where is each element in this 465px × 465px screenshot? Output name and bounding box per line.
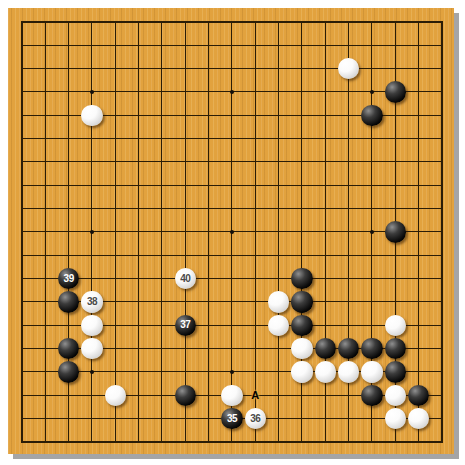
- intersection[interactable]: [384, 57, 407, 80]
- intersection[interactable]: [80, 430, 103, 453]
- intersection[interactable]: [337, 314, 360, 337]
- intersection[interactable]: [337, 220, 360, 243]
- intersection[interactable]: [430, 10, 453, 33]
- intersection[interactable]: [197, 197, 220, 220]
- intersection[interactable]: [127, 34, 150, 57]
- intersection[interactable]: [430, 57, 453, 80]
- intersection[interactable]: [244, 80, 267, 103]
- intersection[interactable]: [337, 384, 360, 407]
- intersection[interactable]: [290, 430, 313, 453]
- stone-white[interactable]: [268, 315, 289, 336]
- intersection[interactable]: [34, 34, 57, 57]
- intersection[interactable]: [337, 174, 360, 197]
- intersection[interactable]: [174, 337, 197, 360]
- intersection[interactable]: [197, 290, 220, 313]
- intersection[interactable]: [430, 104, 453, 127]
- intersection[interactable]: [57, 430, 80, 453]
- intersection[interactable]: [430, 244, 453, 267]
- intersection[interactable]: [314, 10, 337, 33]
- intersection[interactable]: [197, 244, 220, 267]
- intersection[interactable]: [197, 104, 220, 127]
- intersection[interactable]: [220, 104, 243, 127]
- intersection[interactable]: [407, 34, 430, 57]
- intersection[interactable]: [57, 104, 80, 127]
- intersection[interactable]: [57, 174, 80, 197]
- intersection[interactable]: [80, 197, 103, 220]
- intersection[interactable]: [80, 407, 103, 430]
- intersection[interactable]: [384, 290, 407, 313]
- intersection[interactable]: [244, 314, 267, 337]
- intersection[interactable]: [314, 220, 337, 243]
- intersection[interactable]: [104, 104, 127, 127]
- intersection[interactable]: [104, 337, 127, 360]
- intersection[interactable]: [314, 197, 337, 220]
- intersection[interactable]: [430, 430, 453, 453]
- intersection[interactable]: [290, 34, 313, 57]
- stone-white[interactable]: [291, 338, 312, 359]
- intersection[interactable]: [10, 384, 33, 407]
- intersection[interactable]: [34, 104, 57, 127]
- intersection[interactable]: [34, 314, 57, 337]
- intersection[interactable]: [290, 384, 313, 407]
- intersection[interactable]: [430, 290, 453, 313]
- intersection[interactable]: [314, 384, 337, 407]
- intersection[interactable]: [407, 290, 430, 313]
- intersection[interactable]: [337, 150, 360, 173]
- intersection[interactable]: [104, 57, 127, 80]
- intersection[interactable]: [104, 220, 127, 243]
- intersection[interactable]: [10, 104, 33, 127]
- intersection[interactable]: [244, 220, 267, 243]
- intersection[interactable]: [34, 407, 57, 430]
- intersection[interactable]: [337, 34, 360, 57]
- intersection[interactable]: [407, 220, 430, 243]
- stone-white[interactable]: 38: [81, 291, 102, 312]
- intersection[interactable]: [220, 10, 243, 33]
- intersection[interactable]: [57, 197, 80, 220]
- intersection[interactable]: [150, 104, 173, 127]
- intersection[interactable]: [34, 360, 57, 383]
- intersection[interactable]: [360, 407, 383, 430]
- intersection[interactable]: [244, 290, 267, 313]
- intersection[interactable]: [407, 267, 430, 290]
- intersection[interactable]: [384, 127, 407, 150]
- stone-white[interactable]: [385, 385, 406, 406]
- intersection[interactable]: [267, 220, 290, 243]
- intersection[interactable]: [290, 10, 313, 33]
- intersection[interactable]: [267, 337, 290, 360]
- intersection[interactable]: [384, 10, 407, 33]
- stone-white[interactable]: [385, 315, 406, 336]
- intersection[interactable]: [10, 174, 33, 197]
- intersection[interactable]: [430, 34, 453, 57]
- intersection[interactable]: [360, 10, 383, 33]
- intersection[interactable]: [127, 197, 150, 220]
- intersection[interactable]: [244, 360, 267, 383]
- intersection[interactable]: [244, 267, 267, 290]
- intersection[interactable]: [127, 290, 150, 313]
- intersection[interactable]: [34, 127, 57, 150]
- intersection[interactable]: [314, 104, 337, 127]
- intersection[interactable]: [150, 174, 173, 197]
- stone-black[interactable]: [58, 361, 79, 382]
- intersection[interactable]: [150, 34, 173, 57]
- intersection[interactable]: [174, 430, 197, 453]
- intersection[interactable]: [244, 57, 267, 80]
- intersection[interactable]: [267, 360, 290, 383]
- intersection[interactable]: [314, 174, 337, 197]
- intersection[interactable]: [314, 290, 337, 313]
- stone-black[interactable]: [291, 268, 312, 289]
- intersection[interactable]: [430, 267, 453, 290]
- intersection[interactable]: [34, 57, 57, 80]
- intersection[interactable]: [290, 57, 313, 80]
- intersection[interactable]: [104, 430, 127, 453]
- intersection[interactable]: [360, 34, 383, 57]
- intersection[interactable]: [34, 384, 57, 407]
- intersection[interactable]: [197, 337, 220, 360]
- intersection[interactable]: [314, 150, 337, 173]
- intersection[interactable]: [337, 127, 360, 150]
- intersection[interactable]: [407, 174, 430, 197]
- intersection[interactable]: [10, 197, 33, 220]
- intersection[interactable]: [220, 244, 243, 267]
- intersection[interactable]: [337, 407, 360, 430]
- intersection[interactable]: [127, 267, 150, 290]
- stone-black[interactable]: [361, 105, 382, 126]
- intersection[interactable]: [197, 34, 220, 57]
- intersection[interactable]: [127, 10, 150, 33]
- intersection[interactable]: [34, 290, 57, 313]
- intersection[interactable]: [150, 80, 173, 103]
- intersection[interactable]: [150, 267, 173, 290]
- intersection[interactable]: [220, 314, 243, 337]
- intersection[interactable]: [174, 360, 197, 383]
- intersection[interactable]: [337, 290, 360, 313]
- stone-black[interactable]: [385, 361, 406, 382]
- stone-white[interactable]: [81, 338, 102, 359]
- intersection[interactable]: [80, 360, 103, 383]
- intersection[interactable]: [127, 150, 150, 173]
- intersection[interactable]: [314, 80, 337, 103]
- intersection[interactable]: [10, 150, 33, 173]
- intersection[interactable]: [80, 127, 103, 150]
- intersection[interactable]: [360, 290, 383, 313]
- intersection[interactable]: [360, 57, 383, 80]
- intersection[interactable]: [290, 244, 313, 267]
- intersection[interactable]: [244, 337, 267, 360]
- intersection[interactable]: [150, 384, 173, 407]
- intersection[interactable]: [290, 174, 313, 197]
- intersection[interactable]: [360, 220, 383, 243]
- intersection[interactable]: [407, 337, 430, 360]
- intersection[interactable]: [314, 430, 337, 453]
- intersection[interactable]: [127, 57, 150, 80]
- intersection[interactable]: [57, 220, 80, 243]
- intersection[interactable]: [314, 244, 337, 267]
- intersection[interactable]: [337, 267, 360, 290]
- stone-white[interactable]: [338, 361, 359, 382]
- intersection[interactable]: [314, 407, 337, 430]
- stone-black[interactable]: [175, 385, 196, 406]
- stone-black[interactable]: 35: [221, 408, 242, 429]
- intersection[interactable]: [197, 267, 220, 290]
- intersection[interactable]: [150, 10, 173, 33]
- intersection[interactable]: [10, 360, 33, 383]
- intersection[interactable]: [197, 360, 220, 383]
- intersection[interactable]: [10, 290, 33, 313]
- intersection[interactable]: [220, 267, 243, 290]
- intersection[interactable]: [127, 360, 150, 383]
- stone-white[interactable]: [221, 385, 242, 406]
- intersection[interactable]: [244, 104, 267, 127]
- intersection[interactable]: [10, 57, 33, 80]
- intersection[interactable]: [197, 384, 220, 407]
- intersection[interactable]: [360, 127, 383, 150]
- intersection[interactable]: [384, 267, 407, 290]
- intersection[interactable]: [197, 430, 220, 453]
- intersection[interactable]: [174, 174, 197, 197]
- intersection[interactable]: [10, 244, 33, 267]
- intersection[interactable]: [384, 430, 407, 453]
- intersection[interactable]: [174, 197, 197, 220]
- intersection[interactable]: [430, 197, 453, 220]
- intersection[interactable]: [57, 150, 80, 173]
- intersection[interactable]: [150, 220, 173, 243]
- intersection[interactable]: [34, 197, 57, 220]
- intersection[interactable]: [104, 244, 127, 267]
- intersection[interactable]: [290, 197, 313, 220]
- intersection[interactable]: [267, 57, 290, 80]
- stone-white[interactable]: [361, 361, 382, 382]
- intersection[interactable]: [10, 80, 33, 103]
- intersection[interactable]: [174, 127, 197, 150]
- intersection[interactable]: [104, 407, 127, 430]
- intersection[interactable]: [34, 220, 57, 243]
- intersection[interactable]: [267, 34, 290, 57]
- intersection[interactable]: [57, 407, 80, 430]
- intersection[interactable]: [10, 220, 33, 243]
- intersection[interactable]: [407, 10, 430, 33]
- intersection[interactable]: [127, 104, 150, 127]
- intersection[interactable]: [127, 244, 150, 267]
- intersection[interactable]: [10, 127, 33, 150]
- intersection[interactable]: [127, 337, 150, 360]
- intersection[interactable]: [34, 430, 57, 453]
- intersection[interactable]: [220, 174, 243, 197]
- intersection[interactable]: [267, 267, 290, 290]
- stone-white[interactable]: [385, 408, 406, 429]
- intersection[interactable]: [337, 197, 360, 220]
- intersection[interactable]: [384, 197, 407, 220]
- intersection[interactable]: [80, 220, 103, 243]
- intersection[interactable]: [104, 290, 127, 313]
- stone-white[interactable]: [268, 291, 289, 312]
- intersection[interactable]: [407, 314, 430, 337]
- intersection[interactable]: [197, 220, 220, 243]
- intersection[interactable]: [10, 267, 33, 290]
- intersection[interactable]: [290, 104, 313, 127]
- intersection[interactable]: [337, 430, 360, 453]
- intersection[interactable]: [430, 314, 453, 337]
- stone-white[interactable]: [315, 361, 336, 382]
- intersection[interactable]: [267, 80, 290, 103]
- intersection[interactable]: [197, 174, 220, 197]
- intersection[interactable]: [314, 34, 337, 57]
- intersection[interactable]: [127, 314, 150, 337]
- intersection[interactable]: [150, 314, 173, 337]
- intersection[interactable]: [290, 127, 313, 150]
- stone-black[interactable]: [385, 221, 406, 242]
- intersection[interactable]: [150, 127, 173, 150]
- intersection[interactable]: [244, 430, 267, 453]
- intersection[interactable]: [267, 407, 290, 430]
- intersection[interactable]: [80, 10, 103, 33]
- intersection[interactable]: [197, 127, 220, 150]
- intersection[interactable]: [220, 360, 243, 383]
- intersection[interactable]: [244, 10, 267, 33]
- intersection[interactable]: [407, 104, 430, 127]
- intersection[interactable]: [407, 360, 430, 383]
- intersection[interactable]: [150, 57, 173, 80]
- intersection[interactable]: [104, 80, 127, 103]
- stone-black[interactable]: [315, 338, 336, 359]
- intersection[interactable]: [384, 244, 407, 267]
- intersection[interactable]: [174, 80, 197, 103]
- intersection[interactable]: [57, 34, 80, 57]
- intersection[interactable]: [407, 150, 430, 173]
- intersection[interactable]: [430, 407, 453, 430]
- intersection[interactable]: [407, 197, 430, 220]
- intersection[interactable]: [57, 127, 80, 150]
- intersection[interactable]: [10, 314, 33, 337]
- intersection[interactable]: [127, 80, 150, 103]
- intersection[interactable]: [384, 34, 407, 57]
- stone-black[interactable]: [291, 291, 312, 312]
- intersection[interactable]: [150, 407, 173, 430]
- intersection[interactable]: [80, 57, 103, 80]
- intersection[interactable]: [174, 150, 197, 173]
- intersection[interactable]: [220, 337, 243, 360]
- intersection[interactable]: [34, 150, 57, 173]
- stone-black[interactable]: [291, 315, 312, 336]
- intersection[interactable]: [104, 197, 127, 220]
- intersection[interactable]: [150, 197, 173, 220]
- intersection[interactable]: [430, 220, 453, 243]
- intersection[interactable]: [34, 244, 57, 267]
- intersection[interactable]: [34, 174, 57, 197]
- intersection[interactable]: [430, 150, 453, 173]
- intersection[interactable]: [150, 244, 173, 267]
- intersection[interactable]: [337, 244, 360, 267]
- intersection[interactable]: [57, 314, 80, 337]
- intersection[interactable]: [197, 57, 220, 80]
- intersection[interactable]: [430, 174, 453, 197]
- intersection[interactable]: [10, 10, 33, 33]
- intersection[interactable]: [197, 80, 220, 103]
- stone-black[interactable]: [361, 385, 382, 406]
- intersection[interactable]: [360, 80, 383, 103]
- intersection[interactable]: [197, 10, 220, 33]
- intersection[interactable]: [150, 337, 173, 360]
- stone-black[interactable]: [385, 338, 406, 359]
- stone-black[interactable]: [385, 81, 406, 102]
- stone-white[interactable]: 36: [245, 408, 266, 429]
- intersection[interactable]: [127, 220, 150, 243]
- intersection[interactable]: [220, 220, 243, 243]
- intersection[interactable]: [150, 290, 173, 313]
- letter-marker[interactable]: A: [245, 385, 266, 406]
- intersection[interactable]: [174, 244, 197, 267]
- intersection[interactable]: [57, 244, 80, 267]
- intersection[interactable]: [360, 267, 383, 290]
- intersection[interactable]: [104, 360, 127, 383]
- intersection[interactable]: [407, 430, 430, 453]
- intersection[interactable]: [174, 10, 197, 33]
- intersection[interactable]: [430, 80, 453, 103]
- intersection[interactable]: [384, 174, 407, 197]
- intersection[interactable]: [244, 197, 267, 220]
- intersection[interactable]: [430, 384, 453, 407]
- intersection[interactable]: [104, 267, 127, 290]
- intersection[interactable]: [80, 267, 103, 290]
- intersection[interactable]: [34, 267, 57, 290]
- intersection[interactable]: [267, 150, 290, 173]
- stone-black[interactable]: [361, 338, 382, 359]
- intersection[interactable]: [244, 174, 267, 197]
- intersection[interactable]: [220, 127, 243, 150]
- intersection[interactable]: [174, 104, 197, 127]
- intersection[interactable]: [407, 127, 430, 150]
- intersection[interactable]: [80, 34, 103, 57]
- intersection[interactable]: [57, 384, 80, 407]
- intersection[interactable]: [197, 407, 220, 430]
- intersection[interactable]: [150, 430, 173, 453]
- intersection[interactable]: [104, 174, 127, 197]
- intersection[interactable]: [360, 150, 383, 173]
- intersection[interactable]: [290, 220, 313, 243]
- intersection[interactable]: [174, 34, 197, 57]
- intersection[interactable]: [267, 104, 290, 127]
- intersection[interactable]: [384, 150, 407, 173]
- intersection[interactable]: [267, 244, 290, 267]
- intersection[interactable]: [150, 360, 173, 383]
- intersection[interactable]: [10, 430, 33, 453]
- stone-black[interactable]: 37: [175, 315, 196, 336]
- intersection[interactable]: [430, 360, 453, 383]
- intersection[interactable]: [34, 337, 57, 360]
- intersection[interactable]: [127, 384, 150, 407]
- intersection[interactable]: [104, 314, 127, 337]
- intersection[interactable]: [174, 220, 197, 243]
- intersection[interactable]: [80, 384, 103, 407]
- go-board[interactable]: 394038373536A: [8, 8, 454, 454]
- intersection[interactable]: [314, 127, 337, 150]
- intersection[interactable]: [267, 430, 290, 453]
- intersection[interactable]: [174, 57, 197, 80]
- intersection[interactable]: [10, 34, 33, 57]
- intersection[interactable]: [127, 174, 150, 197]
- intersection[interactable]: [80, 80, 103, 103]
- intersection[interactable]: [197, 314, 220, 337]
- intersection[interactable]: [220, 80, 243, 103]
- intersection[interactable]: [220, 150, 243, 173]
- intersection[interactable]: [267, 384, 290, 407]
- intersection[interactable]: [267, 127, 290, 150]
- intersection[interactable]: [290, 80, 313, 103]
- intersection[interactable]: [57, 80, 80, 103]
- intersection[interactable]: [314, 57, 337, 80]
